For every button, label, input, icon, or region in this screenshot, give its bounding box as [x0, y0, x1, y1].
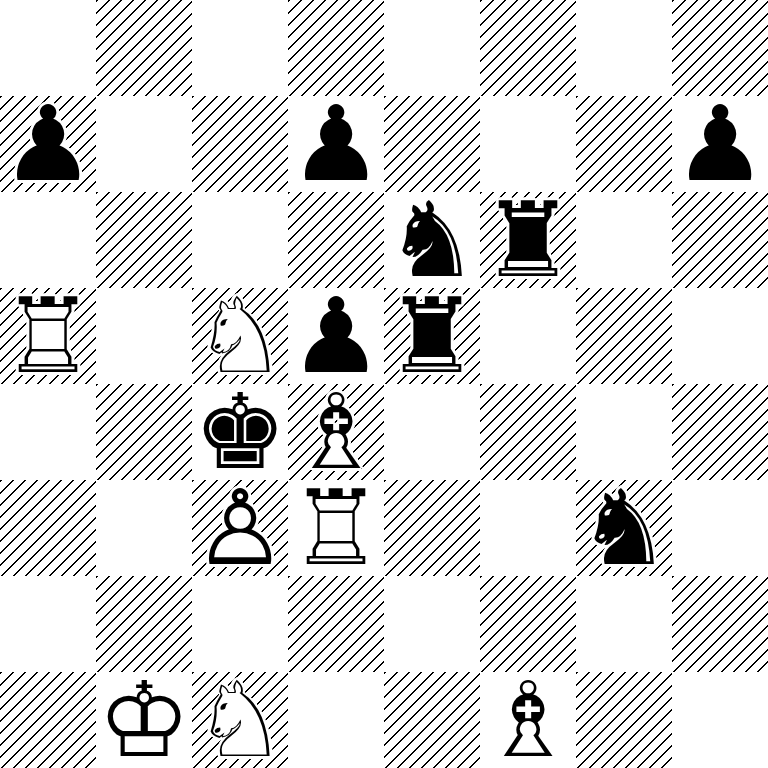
square-h3[interactable] [672, 480, 768, 576]
square-g7[interactable] [576, 96, 672, 192]
square-g8[interactable] [576, 0, 672, 96]
square-c3[interactable]: ♟♙ [192, 480, 288, 576]
piece-black-pawn[interactable]: ♟♟ [672, 96, 768, 192]
square-e8[interactable] [384, 0, 480, 96]
square-e3[interactable] [384, 480, 480, 576]
piece-glyph: ♚ [193, 384, 286, 480]
piece-black-rook[interactable]: ♜♜ [480, 192, 576, 288]
square-a8[interactable] [0, 0, 96, 96]
piece-glyph: ♜ [481, 192, 574, 288]
square-e5[interactable]: ♜♜ [384, 288, 480, 384]
square-d7[interactable]: ♟♟ [288, 96, 384, 192]
square-g2[interactable] [576, 576, 672, 672]
piece-black-pawn[interactable]: ♟♟ [288, 96, 384, 192]
square-a7[interactable]: ♟♟ [0, 96, 96, 192]
piece-white-knight[interactable]: ♞♘ [192, 288, 288, 384]
square-e2[interactable] [384, 576, 480, 672]
square-f3[interactable] [480, 480, 576, 576]
square-a4[interactable] [0, 384, 96, 480]
square-d3[interactable]: ♜♖ [288, 480, 384, 576]
square-a5[interactable]: ♜♖ [0, 288, 96, 384]
square-c5[interactable]: ♞♘ [192, 288, 288, 384]
piece-glyph: ♟ [289, 288, 382, 384]
square-f5[interactable] [480, 288, 576, 384]
piece-white-knight[interactable]: ♞♘ [192, 672, 288, 768]
square-d2[interactable] [288, 576, 384, 672]
piece-glyph: ♘ [193, 288, 286, 384]
square-c1[interactable]: ♞♘ [192, 672, 288, 768]
square-b3[interactable] [96, 480, 192, 576]
chess-board: ♟♟♟♟♟♟♞♞♜♜♜♖♞♘♟♟♜♜♚♚♝♗♟♙♜♖♞♞♚♔♞♘♝♗ [0, 0, 768, 768]
piece-white-king[interactable]: ♚♔ [96, 672, 192, 768]
square-b2[interactable] [96, 576, 192, 672]
square-f6[interactable]: ♜♜ [480, 192, 576, 288]
square-a6[interactable] [0, 192, 96, 288]
square-g4[interactable] [576, 384, 672, 480]
square-f4[interactable] [480, 384, 576, 480]
piece-glyph: ♞ [577, 480, 670, 576]
square-b5[interactable] [96, 288, 192, 384]
piece-glyph: ♞ [385, 192, 478, 288]
square-h2[interactable] [672, 576, 768, 672]
square-a2[interactable] [0, 576, 96, 672]
square-c7[interactable] [192, 96, 288, 192]
square-b7[interactable] [96, 96, 192, 192]
square-g3[interactable]: ♞♞ [576, 480, 672, 576]
square-g1[interactable] [576, 672, 672, 768]
square-h4[interactable] [672, 384, 768, 480]
square-e1[interactable] [384, 672, 480, 768]
square-h7[interactable]: ♟♟ [672, 96, 768, 192]
piece-glyph: ♖ [289, 480, 382, 576]
piece-glyph: ♘ [193, 672, 286, 768]
piece-black-pawn[interactable]: ♟♟ [288, 288, 384, 384]
square-c6[interactable] [192, 192, 288, 288]
piece-black-pawn[interactable]: ♟♟ [0, 96, 96, 192]
square-e7[interactable] [384, 96, 480, 192]
square-e6[interactable]: ♞♞ [384, 192, 480, 288]
square-f7[interactable] [480, 96, 576, 192]
square-a1[interactable] [0, 672, 96, 768]
piece-glyph: ♟ [1, 96, 94, 192]
square-d5[interactable]: ♟♟ [288, 288, 384, 384]
piece-white-pawn[interactable]: ♟♙ [192, 480, 288, 576]
piece-black-rook[interactable]: ♜♜ [384, 288, 480, 384]
piece-white-rook[interactable]: ♜♖ [0, 288, 96, 384]
piece-black-knight[interactable]: ♞♞ [576, 480, 672, 576]
square-d4[interactable]: ♝♗ [288, 384, 384, 480]
square-g5[interactable] [576, 288, 672, 384]
piece-glyph: ♗ [481, 672, 574, 768]
square-d8[interactable] [288, 0, 384, 96]
piece-black-knight[interactable]: ♞♞ [384, 192, 480, 288]
square-c4[interactable]: ♚♚ [192, 384, 288, 480]
square-g6[interactable] [576, 192, 672, 288]
piece-glyph: ♔ [97, 672, 190, 768]
piece-white-rook[interactable]: ♜♖ [288, 480, 384, 576]
piece-glyph: ♗ [289, 384, 382, 480]
square-b4[interactable] [96, 384, 192, 480]
piece-glyph: ♜ [385, 288, 478, 384]
piece-glyph: ♟ [673, 96, 766, 192]
piece-white-bishop[interactable]: ♝♗ [288, 384, 384, 480]
square-h6[interactable] [672, 192, 768, 288]
square-b6[interactable] [96, 192, 192, 288]
square-b8[interactable] [96, 0, 192, 96]
square-h5[interactable] [672, 288, 768, 384]
square-d1[interactable] [288, 672, 384, 768]
square-f2[interactable] [480, 576, 576, 672]
square-h1[interactable] [672, 672, 768, 768]
square-c2[interactable] [192, 576, 288, 672]
piece-black-king[interactable]: ♚♚ [192, 384, 288, 480]
square-a3[interactable] [0, 480, 96, 576]
piece-glyph: ♟ [289, 96, 382, 192]
piece-glyph: ♖ [1, 288, 94, 384]
square-d6[interactable] [288, 192, 384, 288]
piece-glyph: ♙ [193, 480, 286, 576]
piece-white-bishop[interactable]: ♝♗ [480, 672, 576, 768]
square-b1[interactable]: ♚♔ [96, 672, 192, 768]
square-f1[interactable]: ♝♗ [480, 672, 576, 768]
square-h8[interactable] [672, 0, 768, 96]
square-f8[interactable] [480, 0, 576, 96]
square-c8[interactable] [192, 0, 288, 96]
square-e4[interactable] [384, 384, 480, 480]
